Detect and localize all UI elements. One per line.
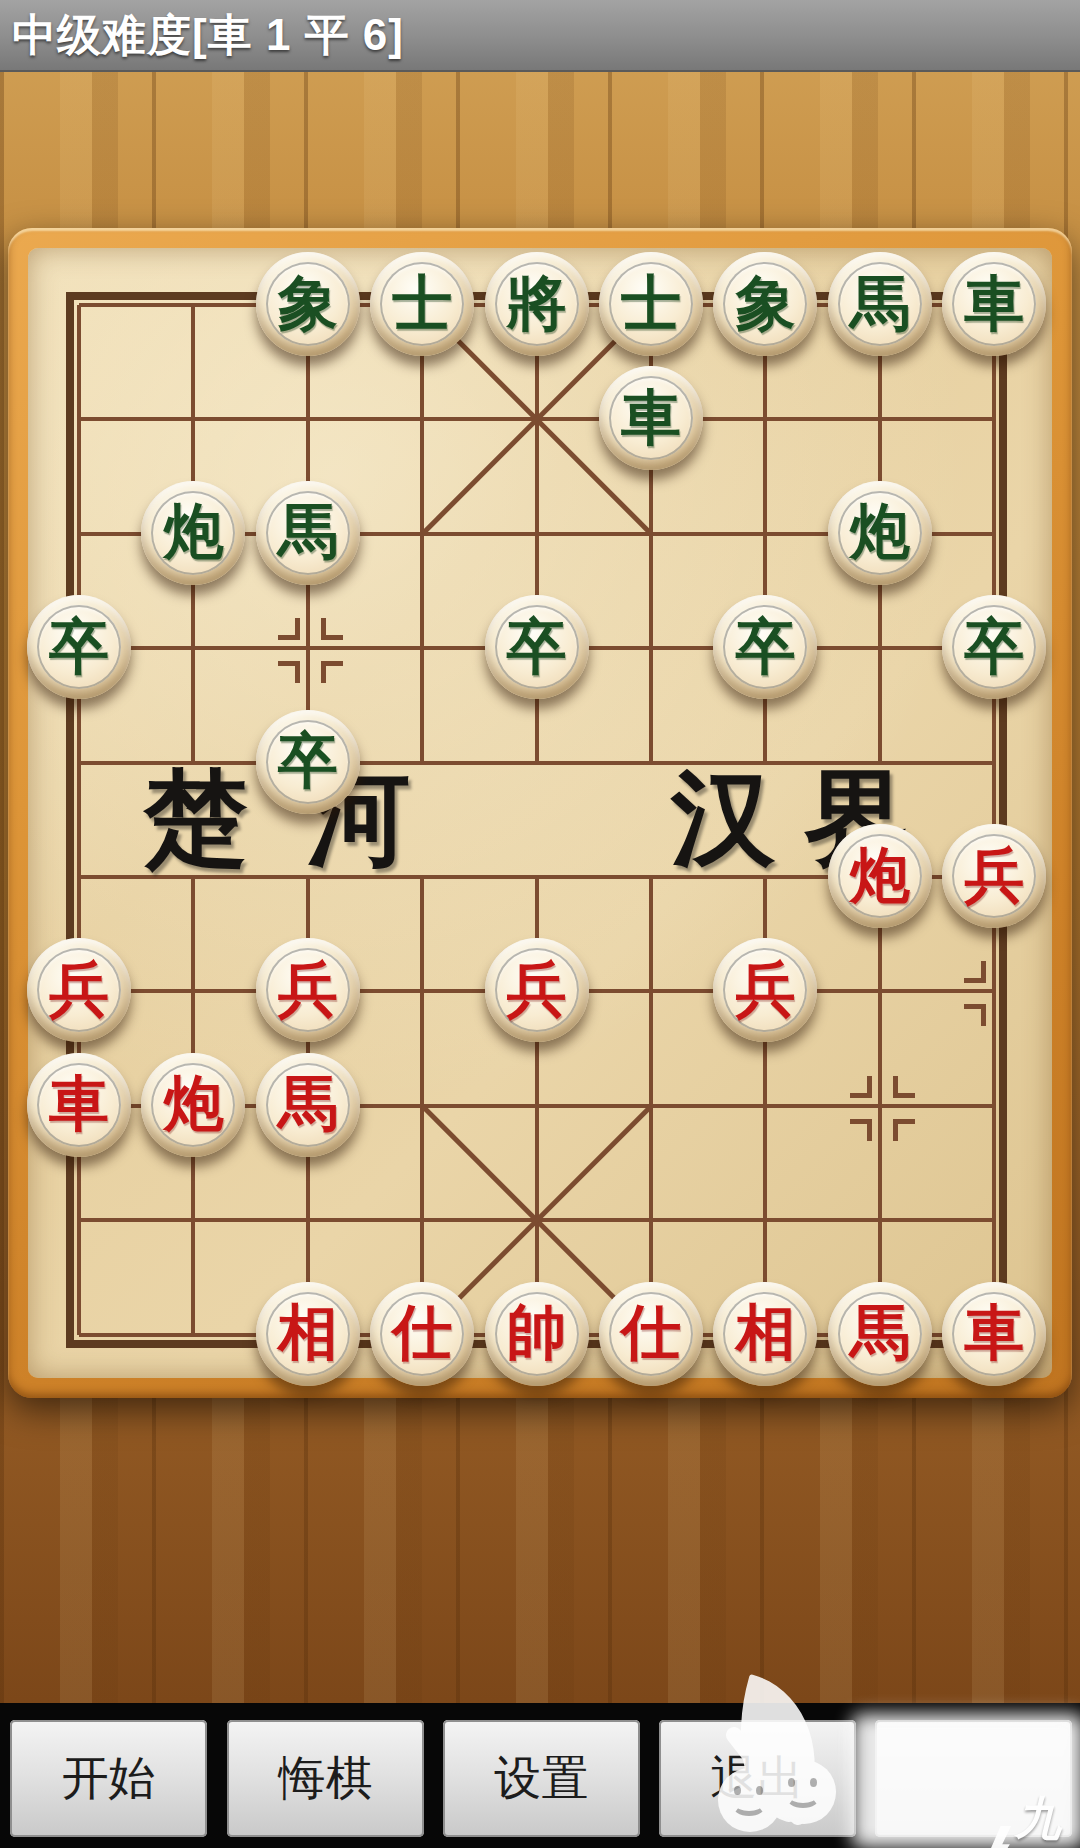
piece-black-chariot[interactable]: 車 — [599, 366, 703, 470]
piece-black-horse[interactable]: 馬 — [828, 252, 932, 356]
piece-black-soldier[interactable]: 卒 — [942, 595, 1046, 699]
exit-button[interactable]: 退出 — [659, 1720, 856, 1837]
piece-glyph: 士 — [370, 252, 474, 356]
piece-glyph: 兵 — [713, 938, 817, 1042]
point-marker — [278, 661, 300, 683]
piece-black-soldier[interactable]: 卒 — [27, 595, 131, 699]
point-marker — [850, 1119, 872, 1141]
piece-red-soldier[interactable]: 兵 — [713, 938, 817, 1042]
piece-black-advisor[interactable]: 士 — [370, 252, 474, 356]
piece-glyph: 卒 — [713, 595, 817, 699]
piece-glyph: 卒 — [942, 595, 1046, 699]
piece-glyph: 車 — [599, 366, 703, 470]
piece-black-cannon[interactable]: 炮 — [828, 481, 932, 585]
point-marker — [321, 618, 343, 640]
piece-red-advisor[interactable]: 仕 — [370, 1282, 474, 1386]
piece-glyph: 兵 — [485, 938, 589, 1042]
piece-red-soldier[interactable]: 兵 — [942, 824, 1046, 928]
piece-glyph: 炮 — [141, 1053, 245, 1157]
piece-red-general[interactable]: 帥 — [485, 1282, 589, 1386]
piece-glyph: 炮 — [828, 481, 932, 585]
piece-glyph: 炮 — [828, 824, 932, 928]
undo-button[interactable]: 悔棋 — [227, 1720, 424, 1837]
piece-glyph: 將 — [485, 252, 589, 356]
grid-line — [992, 305, 996, 1335]
piece-red-horse[interactable]: 馬 — [828, 1282, 932, 1386]
piece-black-elephant[interactable]: 象 — [256, 252, 360, 356]
piece-black-cannon[interactable]: 炮 — [141, 481, 245, 585]
piece-red-soldier[interactable]: 兵 — [27, 938, 131, 1042]
piece-red-cannon[interactable]: 炮 — [141, 1053, 245, 1157]
piece-black-soldier[interactable]: 卒 — [713, 595, 817, 699]
piece-black-soldier[interactable]: 卒 — [485, 595, 589, 699]
piece-red-chariot[interactable]: 車 — [27, 1053, 131, 1157]
piece-glyph: 士 — [599, 252, 703, 356]
settings-button[interactable]: 设置 — [443, 1720, 640, 1837]
jiuyou-logo-icon — [988, 1826, 1011, 1848]
piece-red-elephant[interactable]: 相 — [713, 1282, 817, 1386]
piece-glyph: 車 — [27, 1053, 131, 1157]
piece-red-elephant[interactable]: 相 — [256, 1282, 360, 1386]
jiuyou-watermark-text: 九游 — [1015, 1788, 1080, 1848]
piece-glyph: 馬 — [256, 1053, 360, 1157]
piece-black-advisor[interactable]: 士 — [599, 252, 703, 356]
point-marker — [893, 1119, 915, 1141]
piece-glyph: 卒 — [256, 710, 360, 814]
piece-red-cannon[interactable]: 炮 — [828, 824, 932, 928]
piece-glyph: 象 — [713, 252, 817, 356]
piece-red-chariot[interactable]: 車 — [942, 1282, 1046, 1386]
piece-black-elephant[interactable]: 象 — [713, 252, 817, 356]
start-button[interactable]: 开始 — [10, 1720, 207, 1837]
jiuyou-watermark: 九游 — [988, 1788, 1080, 1848]
point-marker — [850, 1076, 872, 1098]
piece-glyph: 兵 — [256, 938, 360, 1042]
piece-glyph: 車 — [942, 1282, 1046, 1386]
piece-glyph: 馬 — [828, 252, 932, 356]
board-frame: 楚河 汉界 象士將士象馬車車炮馬炮卒卒卒卒卒炮兵兵兵兵兵車炮馬相仕帥仕相馬車 — [8, 228, 1072, 1398]
piece-glyph: 帥 — [485, 1282, 589, 1386]
piece-glyph: 仕 — [370, 1282, 474, 1386]
piece-glyph: 兵 — [942, 824, 1046, 928]
piece-glyph: 炮 — [141, 481, 245, 585]
piece-black-soldier[interactable]: 卒 — [256, 710, 360, 814]
piece-black-general[interactable]: 將 — [485, 252, 589, 356]
piece-glyph: 相 — [256, 1282, 360, 1386]
piece-red-soldier[interactable]: 兵 — [485, 938, 589, 1042]
point-marker — [893, 1076, 915, 1098]
piece-glyph: 車 — [942, 252, 1046, 356]
piece-red-soldier[interactable]: 兵 — [256, 938, 360, 1042]
point-marker — [964, 1004, 986, 1026]
point-marker — [321, 661, 343, 683]
point-marker — [278, 618, 300, 640]
grid-line — [77, 305, 81, 1335]
piece-red-horse[interactable]: 馬 — [256, 1053, 360, 1157]
piece-glyph: 馬 — [256, 481, 360, 585]
piece-glyph: 卒 — [27, 595, 131, 699]
piece-red-advisor[interactable]: 仕 — [599, 1282, 703, 1386]
grid-line — [878, 877, 882, 1335]
app-screen: 中级难度[車 1 平 6] 楚河 汉界 象士將士象馬車車炮馬炮卒卒卒卒卒炮兵兵兵… — [0, 0, 1080, 1848]
piece-glyph: 卒 — [485, 595, 589, 699]
board-grid: 楚河 汉界 象士將士象馬車車炮馬炮卒卒卒卒卒炮兵兵兵兵兵車炮馬相仕帥仕相馬車 — [0, 0, 1080, 1848]
piece-glyph: 象 — [256, 252, 360, 356]
piece-glyph: 仕 — [599, 1282, 703, 1386]
piece-black-horse[interactable]: 馬 — [256, 481, 360, 585]
piece-glyph: 馬 — [828, 1282, 932, 1386]
point-marker — [964, 961, 986, 983]
piece-black-chariot[interactable]: 車 — [942, 252, 1046, 356]
piece-glyph: 兵 — [27, 938, 131, 1042]
piece-glyph: 相 — [713, 1282, 817, 1386]
board-paper[interactable]: 楚河 汉界 象士將士象馬車車炮馬炮卒卒卒卒卒炮兵兵兵兵兵車炮馬相仕帥仕相馬車 — [28, 248, 1052, 1378]
